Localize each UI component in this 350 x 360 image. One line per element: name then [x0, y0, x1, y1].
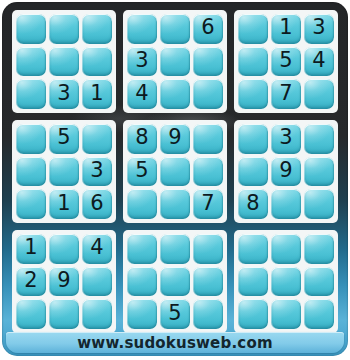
- cell-r4c2[interactable]: 5: [49, 124, 79, 154]
- cell-r7c7[interactable]: [238, 234, 268, 264]
- cell-r4c3[interactable]: [82, 124, 112, 154]
- cell-r7c2[interactable]: [49, 234, 79, 264]
- cell-r6c3[interactable]: 6: [82, 189, 112, 219]
- cell-r4c1[interactable]: [16, 124, 46, 154]
- box-bottom-left: 1429: [12, 230, 116, 333]
- given-digit: 5: [57, 127, 70, 148]
- cell-r4c9[interactable]: [304, 124, 334, 154]
- cell-r1c7[interactable]: [238, 14, 268, 44]
- cell-r6c4[interactable]: [127, 189, 157, 219]
- given-digit: 1: [90, 83, 103, 104]
- cell-r2c4[interactable]: 3: [127, 47, 157, 77]
- cell-r3c1[interactable]: [16, 79, 46, 109]
- given-digit: 3: [279, 127, 292, 148]
- given-digit: 2: [24, 270, 37, 291]
- cell-r8c7[interactable]: [238, 267, 268, 297]
- given-digit: 5: [279, 50, 292, 71]
- cell-r8c9[interactable]: [304, 267, 334, 297]
- box-bottom-center: 5: [123, 230, 227, 333]
- cell-r7c5[interactable]: [160, 234, 190, 264]
- footer-bar: www.sudokusweb.com: [6, 332, 344, 353]
- sudoku-board: 31 634 13547 5316 8957 398 1429 5 www.su…: [0, 0, 350, 360]
- cell-r8c5[interactable]: [160, 267, 190, 297]
- cell-r2c2[interactable]: [49, 47, 79, 77]
- cell-r2c3[interactable]: [82, 47, 112, 77]
- cell-r4c5[interactable]: 9: [160, 124, 190, 154]
- cell-r2c1[interactable]: [16, 47, 46, 77]
- given-digit: 6: [90, 193, 103, 214]
- cell-r1c3[interactable]: [82, 14, 112, 44]
- given-digit: 9: [57, 270, 70, 291]
- cell-r3c2[interactable]: 3: [49, 79, 79, 109]
- given-digit: 7: [201, 193, 214, 214]
- cell-r9c6[interactable]: [193, 299, 223, 329]
- cell-r3c5[interactable]: [160, 79, 190, 109]
- cell-r9c9[interactable]: [304, 299, 334, 329]
- cell-r3c4[interactable]: 4: [127, 79, 157, 109]
- box-middle-center: 8957: [123, 120, 227, 223]
- given-digit: 4: [90, 237, 103, 258]
- cell-r8c8[interactable]: [271, 267, 301, 297]
- footer-link[interactable]: www.sudokusweb.com: [77, 334, 272, 352]
- given-digit: 3: [135, 50, 148, 71]
- cell-r6c8[interactable]: [271, 189, 301, 219]
- cell-r5c2[interactable]: [49, 157, 79, 187]
- cell-r1c8[interactable]: 1: [271, 14, 301, 44]
- cell-r3c6[interactable]: [193, 79, 223, 109]
- cell-r5c7[interactable]: [238, 157, 268, 187]
- cell-r6c6[interactable]: 7: [193, 189, 223, 219]
- cell-r1c4[interactable]: [127, 14, 157, 44]
- cell-r6c7[interactable]: 8: [238, 189, 268, 219]
- box-middle-left: 5316: [12, 120, 116, 223]
- given-digit: 5: [135, 160, 148, 181]
- cell-r6c2[interactable]: 1: [49, 189, 79, 219]
- cell-r9c8[interactable]: [271, 299, 301, 329]
- given-digit: 3: [57, 83, 70, 104]
- cell-r1c5[interactable]: [160, 14, 190, 44]
- given-digit: 6: [201, 17, 214, 38]
- given-digit: 4: [135, 83, 148, 104]
- cell-r7c3[interactable]: 4: [82, 234, 112, 264]
- sudoku-grid: 31 634 13547 5316 8957 398 1429 5: [12, 10, 338, 333]
- cell-r9c2[interactable]: [49, 299, 79, 329]
- cell-r2c8[interactable]: 5: [271, 47, 301, 77]
- cell-r5c9[interactable]: [304, 157, 334, 187]
- given-digit: 1: [24, 237, 37, 258]
- cell-r1c6[interactable]: 6: [193, 14, 223, 44]
- cell-r4c8[interactable]: 3: [271, 124, 301, 154]
- cell-r8c1[interactable]: 2: [16, 267, 46, 297]
- cell-r7c1[interactable]: 1: [16, 234, 46, 264]
- given-digit: 9: [168, 127, 181, 148]
- cell-r9c7[interactable]: [238, 299, 268, 329]
- given-digit: 3: [312, 17, 325, 38]
- cell-r8c3[interactable]: [82, 267, 112, 297]
- cell-r1c2[interactable]: [49, 14, 79, 44]
- cell-r5c6[interactable]: [193, 157, 223, 187]
- cell-r4c4[interactable]: 8: [127, 124, 157, 154]
- cell-r3c9[interactable]: [304, 79, 334, 109]
- given-digit: 4: [312, 50, 325, 71]
- cell-r3c7[interactable]: [238, 79, 268, 109]
- cell-r2c6[interactable]: [193, 47, 223, 77]
- cell-r3c3[interactable]: 1: [82, 79, 112, 109]
- cell-r6c9[interactable]: [304, 189, 334, 219]
- cell-r5c8[interactable]: 9: [271, 157, 301, 187]
- cell-r6c5[interactable]: [160, 189, 190, 219]
- given-digit: 7: [279, 83, 292, 104]
- cell-r2c9[interactable]: 4: [304, 47, 334, 77]
- box-top-center: 634: [123, 10, 227, 113]
- cell-r9c3[interactable]: [82, 299, 112, 329]
- cell-r3c8[interactable]: 7: [271, 79, 301, 109]
- box-top-right: 13547: [234, 10, 338, 113]
- box-middle-right: 398: [234, 120, 338, 223]
- given-digit: 1: [279, 17, 292, 38]
- cell-r1c1[interactable]: [16, 14, 46, 44]
- cell-r1c9[interactable]: 3: [304, 14, 334, 44]
- cell-r8c2[interactable]: 9: [49, 267, 79, 297]
- given-digit: 3: [90, 160, 103, 181]
- box-top-left: 31: [12, 10, 116, 113]
- cell-r5c3[interactable]: 3: [82, 157, 112, 187]
- given-digit: 8: [135, 127, 148, 148]
- cell-r5c5[interactable]: [160, 157, 190, 187]
- cell-r5c4[interactable]: 5: [127, 157, 157, 187]
- cell-r4c7[interactable]: [238, 124, 268, 154]
- cell-r6c1[interactable]: [16, 189, 46, 219]
- cell-r7c9[interactable]: [304, 234, 334, 264]
- cell-r7c8[interactable]: [271, 234, 301, 264]
- cell-r7c6[interactable]: [193, 234, 223, 264]
- cell-r9c4[interactable]: [127, 299, 157, 329]
- box-bottom-right: [234, 230, 338, 333]
- cell-r2c5[interactable]: [160, 47, 190, 77]
- cell-r8c6[interactable]: [193, 267, 223, 297]
- cell-r5c1[interactable]: [16, 157, 46, 187]
- given-digit: 5: [168, 303, 181, 324]
- cell-r8c4[interactable]: [127, 267, 157, 297]
- given-digit: 8: [246, 193, 259, 214]
- given-digit: 1: [57, 193, 70, 214]
- cell-r2c7[interactable]: [238, 47, 268, 77]
- cell-r9c1[interactable]: [16, 299, 46, 329]
- cell-r7c4[interactable]: [127, 234, 157, 264]
- cell-r4c6[interactable]: [193, 124, 223, 154]
- board-frame: 31 634 13547 5316 8957 398 1429 5 www.su…: [2, 2, 348, 356]
- cell-r9c5[interactable]: 5: [160, 299, 190, 329]
- given-digit: 9: [279, 160, 292, 181]
